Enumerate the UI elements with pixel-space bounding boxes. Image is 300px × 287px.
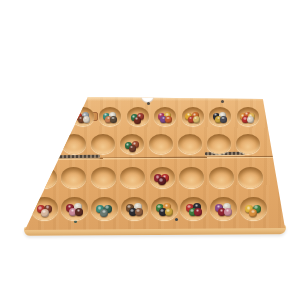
stone [224, 208, 232, 216]
stone-highlight [111, 117, 114, 120]
stone [52, 111, 59, 118]
stone [247, 116, 254, 123]
stone-highlight [194, 117, 197, 120]
stone [48, 115, 55, 122]
stone-highlight [84, 117, 87, 120]
stone [165, 208, 173, 216]
stone [220, 116, 227, 123]
pit-near-outer-2[interactable] [61, 197, 88, 220]
product-photo-background [0, 0, 300, 287]
pit-row-near-outer [30, 195, 268, 221]
stone-highlight [79, 117, 82, 120]
pit-far-outer-7[interactable] [209, 107, 231, 126]
pit-far-inner-6[interactable] [178, 134, 202, 154]
pit-near-outer-1[interactable] [31, 197, 58, 220]
stone [165, 116, 172, 123]
stone-highlight [105, 205, 109, 208]
stone-highlight [166, 117, 169, 120]
stone [48, 112, 55, 119]
stone-highlight [75, 204, 79, 207]
stone [41, 209, 49, 217]
pit-far-inner-4[interactable] [120, 134, 144, 154]
pit-far-inner-8[interactable] [236, 134, 260, 154]
stone-highlight [189, 117, 192, 120]
stone [193, 116, 200, 123]
stone [129, 145, 136, 152]
stone-highlight [190, 209, 194, 212]
pit-near-inner-8[interactable] [238, 167, 263, 188]
stone-highlight [130, 209, 134, 212]
stone-highlight [224, 204, 228, 207]
pit-far-outer-6[interactable] [182, 107, 204, 126]
stone [55, 112, 62, 119]
pit-near-inner-3[interactable] [91, 167, 116, 188]
stone [158, 177, 166, 185]
pit-near-outer-3[interactable] [91, 197, 118, 220]
pit-near-inner-7[interactable] [209, 167, 234, 188]
stone-highlight [254, 205, 258, 208]
pit-far-outer-4[interactable] [127, 107, 149, 126]
pit-far-outer-3[interactable] [99, 107, 121, 126]
stone-highlight [165, 204, 169, 207]
pit-near-outer-5[interactable] [151, 197, 178, 220]
stone-highlight [159, 178, 163, 181]
stone-highlight [220, 209, 224, 212]
stone-highlight [42, 210, 46, 213]
stone [134, 117, 141, 124]
stone [100, 209, 108, 217]
pit-row-near-inner [29, 164, 265, 190]
stone-highlight [251, 210, 255, 213]
stone-highlight [135, 117, 138, 120]
stone [194, 208, 202, 216]
stone-highlight [226, 209, 230, 212]
pit-far-outer-1[interactable] [44, 107, 66, 126]
pit-near-outer-6[interactable] [180, 197, 207, 220]
mancala-board [25, 97, 285, 230]
stone-highlight [56, 116, 59, 119]
stone-highlight [102, 210, 106, 213]
stone-highlight [53, 117, 56, 120]
pit-far-inner-3[interactable] [91, 134, 115, 154]
magnet-dot [75, 101, 78, 104]
pit-far-inner-1[interactable] [33, 134, 57, 154]
pit-far-inner-2[interactable] [62, 134, 86, 154]
pit-near-outer-4[interactable] [121, 197, 148, 220]
pit-far-outer-5[interactable] [154, 107, 176, 126]
stone-highlight [130, 146, 133, 149]
stone-highlight [135, 204, 139, 207]
pit-far-outer-2[interactable] [72, 107, 94, 126]
stone-highlight [53, 112, 56, 115]
stone [249, 209, 257, 217]
stone [52, 116, 59, 123]
stone [83, 116, 90, 123]
pit-near-inner-2[interactable] [61, 167, 86, 188]
pit-near-outer-7[interactable] [210, 197, 237, 220]
pit-row-far-inner [31, 131, 263, 157]
pit-row-far-outer [41, 103, 261, 129]
stone [110, 116, 117, 123]
stone-highlight [221, 117, 224, 120]
stone [55, 115, 62, 122]
pit-far-inner-7[interactable] [207, 134, 231, 154]
stone-highlight [195, 204, 199, 207]
stone-highlight [166, 209, 170, 212]
pit-near-inner-4[interactable] [120, 167, 145, 188]
pit-near-outer-8[interactable] [240, 197, 267, 220]
stone-highlight [136, 209, 140, 212]
stone-highlight [71, 209, 75, 212]
stone-highlight [126, 143, 129, 146]
stone-highlight [77, 209, 81, 212]
stone-highlight [46, 205, 50, 208]
stone-highlight [56, 113, 59, 116]
pit-far-inner-5[interactable] [149, 134, 173, 154]
stone-highlight [196, 209, 200, 212]
stone-highlight [49, 116, 52, 119]
pit-near-inner-6[interactable] [179, 167, 204, 188]
stone-highlight [187, 205, 191, 208]
stone-highlight [248, 117, 251, 120]
pit-near-inner-5[interactable] [150, 167, 175, 188]
pit-near-inner-1[interactable] [32, 167, 57, 188]
stone [135, 208, 143, 216]
stone-highlight [49, 113, 52, 116]
stone-highlight [160, 209, 164, 212]
stone [75, 208, 83, 216]
pit-far-outer-8[interactable] [237, 107, 259, 126]
